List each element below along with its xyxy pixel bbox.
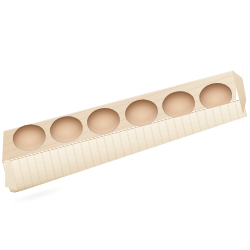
product-photo xyxy=(0,0,250,250)
mancala-board xyxy=(3,70,241,160)
